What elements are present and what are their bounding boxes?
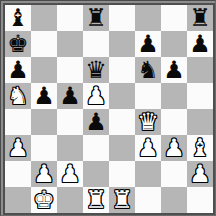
white-pawn-icon[interactable]: ♟ [189, 161, 211, 187]
square-d1[interactable]: ♜ [83, 187, 109, 213]
square-d6[interactable]: ♛ [83, 57, 109, 83]
square-h4[interactable] [187, 109, 213, 135]
square-e2[interactable] [109, 161, 135, 187]
square-b8[interactable] [31, 5, 57, 31]
square-e5[interactable] [109, 83, 135, 109]
white-pawn-icon[interactable]: ♟ [85, 83, 107, 109]
square-d2[interactable] [83, 161, 109, 187]
square-e6[interactable] [109, 57, 135, 83]
black-queen-icon[interactable]: ♛ [85, 57, 107, 83]
square-g3[interactable]: ♟ [161, 135, 187, 161]
square-h5[interactable] [187, 83, 213, 109]
square-a5[interactable]: ♞ [5, 83, 31, 109]
square-b3[interactable] [31, 135, 57, 161]
square-h2[interactable]: ♟ [187, 161, 213, 187]
square-a8[interactable]: ♝ [5, 5, 31, 31]
black-pawn-icon[interactable]: ♟ [59, 83, 81, 109]
square-g8[interactable] [161, 5, 187, 31]
square-g7[interactable] [161, 31, 187, 57]
white-pawn-icon[interactable]: ♟ [137, 135, 159, 161]
square-h6[interactable] [187, 57, 213, 83]
square-f8[interactable] [135, 5, 161, 31]
square-a1[interactable] [5, 187, 31, 213]
square-e8[interactable] [109, 5, 135, 31]
square-g6[interactable]: ♟ [161, 57, 187, 83]
square-g4[interactable] [161, 109, 187, 135]
black-pawn-icon[interactable]: ♟ [85, 109, 107, 135]
black-pawn-icon[interactable]: ♟ [33, 83, 55, 109]
square-d4[interactable]: ♟ [83, 109, 109, 135]
square-c1[interactable] [57, 187, 83, 213]
square-c4[interactable] [57, 109, 83, 135]
square-c7[interactable] [57, 31, 83, 57]
square-a2[interactable] [5, 161, 31, 187]
square-a6[interactable]: ♟ [5, 57, 31, 83]
square-d8[interactable]: ♜ [83, 5, 109, 31]
square-b7[interactable] [31, 31, 57, 57]
white-queen-icon[interactable]: ♛ [137, 109, 159, 135]
white-pawn-icon[interactable]: ♟ [59, 161, 81, 187]
square-b2[interactable]: ♟ [31, 161, 57, 187]
black-bishop-icon[interactable]: ♝ [7, 5, 29, 31]
square-c6[interactable] [57, 57, 83, 83]
square-f7[interactable]: ♟ [135, 31, 161, 57]
black-rook-icon[interactable]: ♜ [189, 5, 211, 31]
chess-board: ♝♜♜♚♟♟♟♛♞♟♞♟♟♟♟♛♟♟♟♝♟♟♟♚♜♜ [3, 3, 215, 215]
square-f2[interactable] [135, 161, 161, 187]
square-e3[interactable] [109, 135, 135, 161]
square-f6[interactable]: ♞ [135, 57, 161, 83]
square-c2[interactable]: ♟ [57, 161, 83, 187]
black-pawn-icon[interactable]: ♟ [137, 31, 159, 57]
square-e1[interactable]: ♜ [109, 187, 135, 213]
square-f4[interactable]: ♛ [135, 109, 161, 135]
square-f1[interactable] [135, 187, 161, 213]
white-rook-icon[interactable]: ♜ [85, 187, 107, 213]
square-h7[interactable]: ♟ [187, 31, 213, 57]
black-king-icon[interactable]: ♚ [7, 31, 29, 57]
black-pawn-icon[interactable]: ♟ [189, 31, 211, 57]
square-h1[interactable] [187, 187, 213, 213]
square-g5[interactable] [161, 83, 187, 109]
square-c3[interactable] [57, 135, 83, 161]
square-h8[interactable]: ♜ [187, 5, 213, 31]
white-pawn-icon[interactable]: ♟ [163, 135, 185, 161]
square-b4[interactable] [31, 109, 57, 135]
black-rook-icon[interactable]: ♜ [85, 5, 107, 31]
square-b6[interactable] [31, 57, 57, 83]
square-c5[interactable]: ♟ [57, 83, 83, 109]
square-h3[interactable]: ♝ [187, 135, 213, 161]
square-g1[interactable] [161, 187, 187, 213]
white-bishop-icon[interactable]: ♝ [189, 135, 211, 161]
board-frame: ♝♜♜♚♟♟♟♛♞♟♞♟♟♟♟♛♟♟♟♝♟♟♟♚♜♜ [0, 0, 216, 216]
square-f3[interactable]: ♟ [135, 135, 161, 161]
square-e4[interactable] [109, 109, 135, 135]
white-knight-icon[interactable]: ♞ [7, 83, 29, 109]
black-knight-icon[interactable]: ♞ [137, 57, 159, 83]
square-e7[interactable] [109, 31, 135, 57]
white-king-icon[interactable]: ♚ [33, 187, 55, 213]
white-pawn-icon[interactable]: ♟ [33, 161, 55, 187]
square-g2[interactable] [161, 161, 187, 187]
square-a4[interactable] [5, 109, 31, 135]
square-b5[interactable]: ♟ [31, 83, 57, 109]
square-a7[interactable]: ♚ [5, 31, 31, 57]
square-f5[interactable] [135, 83, 161, 109]
white-rook-icon[interactable]: ♜ [111, 187, 133, 213]
square-a3[interactable]: ♟ [5, 135, 31, 161]
square-c8[interactable] [57, 5, 83, 31]
square-d7[interactable] [83, 31, 109, 57]
square-d3[interactable] [83, 135, 109, 161]
white-pawn-icon[interactable]: ♟ [7, 135, 29, 161]
black-pawn-icon[interactable]: ♟ [163, 57, 185, 83]
black-pawn-icon[interactable]: ♟ [7, 57, 29, 83]
square-d5[interactable]: ♟ [83, 83, 109, 109]
square-b1[interactable]: ♚ [31, 187, 57, 213]
